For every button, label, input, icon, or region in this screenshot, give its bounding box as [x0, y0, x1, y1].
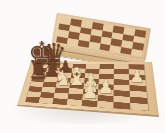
square-b1	[39, 97, 54, 103]
chess-set-product-photo: ♚♛♝♟♞♟♜♟♞♝♟♟♟♟	[0, 0, 165, 133]
square-h1	[130, 103, 148, 111]
square-g1	[113, 102, 130, 109]
square-e1	[82, 100, 98, 107]
square-f1	[97, 101, 113, 108]
box-square	[131, 48, 143, 56]
board-grid	[25, 63, 148, 110]
square-c1	[52, 98, 67, 105]
square-d1	[67, 99, 83, 106]
